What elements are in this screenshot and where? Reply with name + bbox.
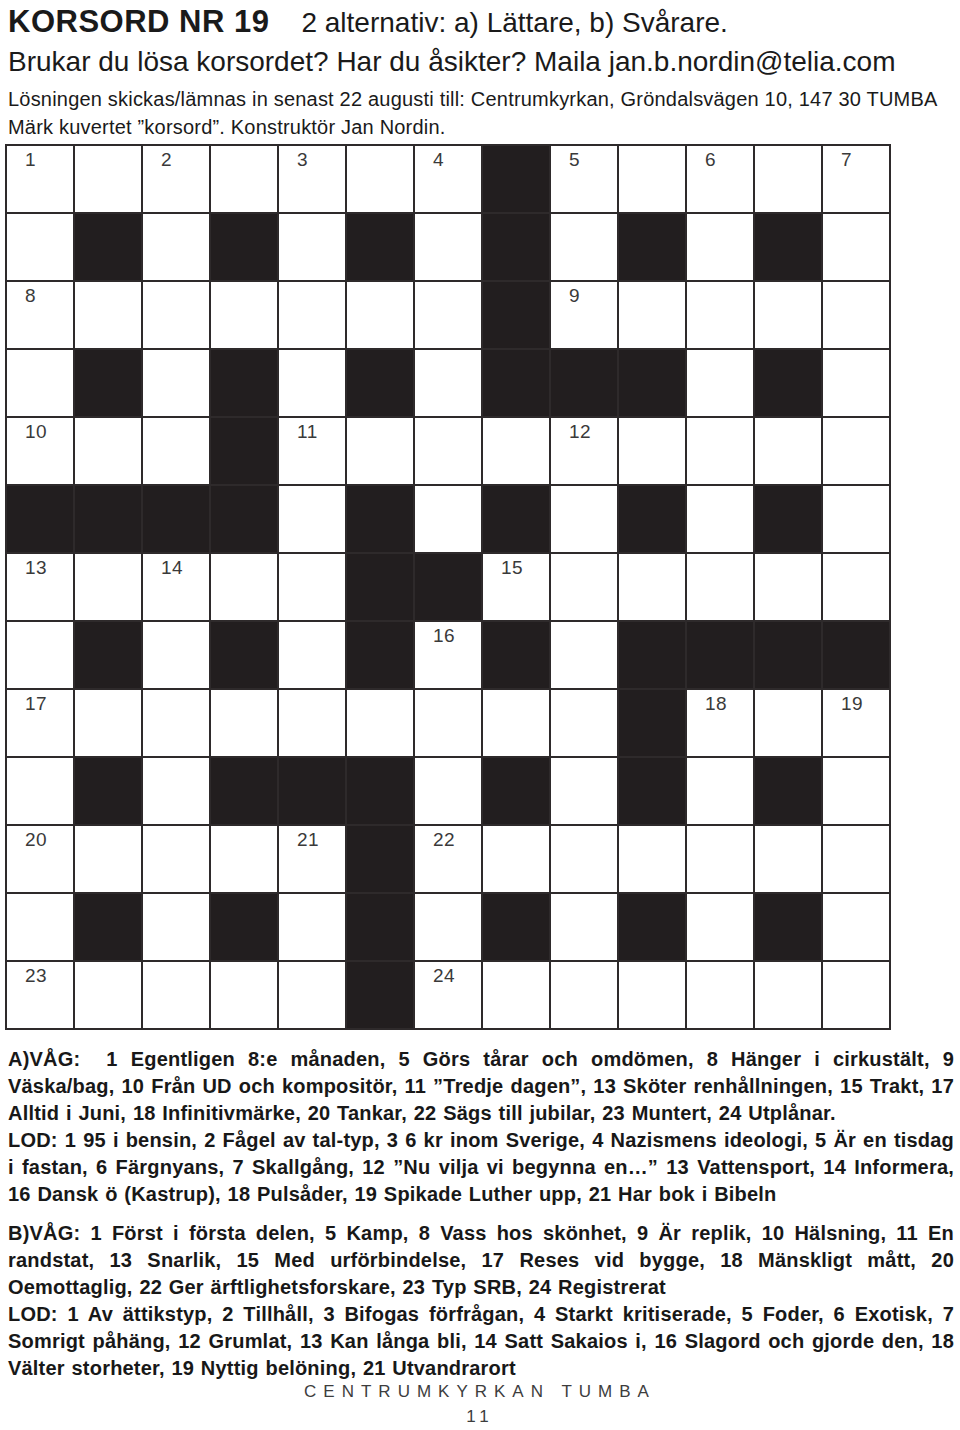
block-cell [347, 826, 413, 892]
submission-line: Lösningen skickas/lämnas in senast 22 au… [8, 88, 938, 111]
letter-cell[interactable] [483, 418, 549, 484]
letter-cell[interactable]: 13 [7, 554, 73, 620]
letter-cell[interactable] [755, 690, 821, 756]
block-cell [279, 758, 345, 824]
clues-b-down: LOD: 1 Av ättikstyp, 2 Tillhåll, 3 Bifog… [8, 1301, 954, 1382]
letter-cell[interactable] [687, 214, 753, 280]
block-cell [211, 894, 277, 960]
clues-a-across: A)VÅG: 1 Egentligen 8:e månaden, 5 Görs … [8, 1046, 954, 1127]
block-cell [211, 418, 277, 484]
letter-cell[interactable]: 17 [7, 690, 73, 756]
letter-cell[interactable] [755, 554, 821, 620]
letter-cell[interactable] [415, 894, 481, 960]
block-cell [347, 894, 413, 960]
letter-cell[interactable] [823, 962, 889, 1028]
page-title: KORSORD NR 19 [8, 4, 269, 40]
letter-cell[interactable] [143, 690, 209, 756]
clue-number: 2 [161, 149, 172, 171]
letter-cell[interactable] [551, 826, 617, 892]
letter-cell[interactable] [347, 418, 413, 484]
clue-number: 8 [25, 285, 36, 307]
letter-cell[interactable] [483, 690, 549, 756]
letter-cell[interactable]: 10 [7, 418, 73, 484]
letter-cell[interactable] [75, 554, 141, 620]
letter-cell[interactable] [619, 554, 685, 620]
clue-number: 17 [25, 693, 47, 715]
letter-cell[interactable] [279, 486, 345, 552]
crossword-grid: 123456789101112131415161718192021222324 [5, 144, 891, 1030]
clues-b-down-text: 1 Av ättikstyp, 2 Tillhåll, 3 Bifogas fö… [8, 1303, 954, 1379]
letter-cell[interactable] [211, 282, 277, 348]
letter-cell[interactable] [143, 894, 209, 960]
block-cell [755, 350, 821, 416]
clue-number: 21 [297, 829, 319, 851]
clue-number: 4 [433, 149, 444, 171]
letter-cell[interactable] [211, 962, 277, 1028]
letter-cell[interactable] [619, 418, 685, 484]
page: KORSORD NR 19 2 alternativ: a) Lättare, … [0, 0, 960, 1430]
letter-cell[interactable] [415, 418, 481, 484]
clue-number: 10 [25, 421, 47, 443]
block-cell [75, 486, 141, 552]
clue-number: 19 [841, 693, 863, 715]
letter-cell[interactable] [7, 622, 73, 688]
block-cell [619, 486, 685, 552]
letter-cell[interactable]: 12 [551, 418, 617, 484]
clue-number: 6 [705, 149, 716, 171]
letter-cell[interactable] [823, 486, 889, 552]
block-cell [75, 894, 141, 960]
letter-cell[interactable] [7, 758, 73, 824]
block-cell [75, 758, 141, 824]
letter-cell[interactable] [823, 554, 889, 620]
clue-number: 23 [25, 965, 47, 987]
block-cell [619, 622, 685, 688]
letter-cell[interactable] [823, 826, 889, 892]
block-cell [347, 962, 413, 1028]
block-cell [483, 282, 549, 348]
block-cell [75, 622, 141, 688]
clue-number: 11 [297, 421, 318, 443]
letter-cell[interactable]: 5 [551, 146, 617, 212]
block-cell [211, 214, 277, 280]
letter-cell[interactable] [279, 282, 345, 348]
block-cell [619, 690, 685, 756]
letter-cell[interactable] [75, 282, 141, 348]
clue-number: 13 [25, 557, 47, 579]
letter-cell[interactable] [7, 894, 73, 960]
block-cell [483, 622, 549, 688]
contact-line: Brukar du lösa korsordet? Har du åsikter… [8, 46, 896, 78]
block-cell [347, 758, 413, 824]
letter-cell[interactable]: 1 [7, 146, 73, 212]
block-cell [619, 894, 685, 960]
block-cell [755, 622, 821, 688]
letter-cell[interactable] [687, 554, 753, 620]
page-number: 11 [0, 1407, 960, 1427]
block-cell [755, 894, 821, 960]
letter-cell[interactable] [619, 146, 685, 212]
block-cell [483, 350, 549, 416]
block-cell [755, 214, 821, 280]
block-cell [755, 486, 821, 552]
letter-cell[interactable] [687, 758, 753, 824]
letter-cell[interactable]: 11 [279, 418, 345, 484]
clue-number: 14 [161, 557, 183, 579]
letter-cell[interactable] [347, 146, 413, 212]
block-cell [415, 554, 481, 620]
letter-cell[interactable] [483, 962, 549, 1028]
letter-cell[interactable]: 6 [687, 146, 753, 212]
clue-number: 7 [841, 149, 852, 171]
letter-cell[interactable]: 18 [687, 690, 753, 756]
block-cell [75, 350, 141, 416]
letter-cell[interactable] [415, 214, 481, 280]
block-cell [483, 486, 549, 552]
letter-cell[interactable] [211, 826, 277, 892]
letter-cell[interactable] [7, 350, 73, 416]
block-cell [211, 622, 277, 688]
clues-b-across: B)VÅG: 1 Först i första delen, 5 Kamp, 8… [8, 1220, 954, 1301]
letter-cell[interactable] [551, 486, 617, 552]
letter-cell[interactable]: 19 [823, 690, 889, 756]
letter-cell[interactable] [755, 418, 821, 484]
letter-cell[interactable] [551, 690, 617, 756]
letter-cell[interactable] [143, 350, 209, 416]
letter-cell[interactable] [755, 146, 821, 212]
letter-cell[interactable] [687, 418, 753, 484]
clue-number: 22 [433, 829, 455, 851]
clue-number: 16 [433, 625, 455, 647]
clues-a-across-text: 1 Egentligen 8:e månaden, 5 Görs tårar o… [8, 1048, 954, 1124]
letter-cell[interactable] [279, 622, 345, 688]
letter-cell[interactable] [143, 622, 209, 688]
letter-cell[interactable]: 22 [415, 826, 481, 892]
letter-cell[interactable] [415, 486, 481, 552]
letter-cell[interactable] [279, 962, 345, 1028]
clues-b-across-label: B)VÅG: [8, 1222, 80, 1244]
block-cell [483, 894, 549, 960]
letter-cell[interactable] [687, 894, 753, 960]
clues-a-down: LOD: 1 95 i bensin, 2 Fågel av tal-typ, … [8, 1127, 954, 1208]
letter-cell[interactable]: 23 [7, 962, 73, 1028]
letter-cell[interactable] [823, 282, 889, 348]
clues-a-across-label: A)VÅG: [8, 1048, 80, 1070]
block-cell [211, 486, 277, 552]
block-cell [687, 622, 753, 688]
letter-cell[interactable]: 14 [143, 554, 209, 620]
block-cell [619, 758, 685, 824]
clues-a-down-label: LOD: [8, 1129, 58, 1151]
letter-cell[interactable] [415, 758, 481, 824]
letter-cell[interactable] [687, 282, 753, 348]
block-cell [347, 214, 413, 280]
clue-number: 12 [569, 421, 591, 443]
letter-cell[interactable] [75, 690, 141, 756]
letter-cell[interactable] [143, 826, 209, 892]
letter-cell[interactable] [619, 826, 685, 892]
letter-cell[interactable] [75, 962, 141, 1028]
block-cell [755, 758, 821, 824]
clue-number: 15 [501, 557, 523, 579]
letter-cell[interactable] [211, 554, 277, 620]
letter-cell[interactable] [415, 690, 481, 756]
letter-cell[interactable]: 24 [415, 962, 481, 1028]
letter-cell[interactable] [551, 554, 617, 620]
letter-cell[interactable] [143, 282, 209, 348]
block-cell [347, 554, 413, 620]
clue-number: 18 [705, 693, 727, 715]
letter-cell[interactable] [279, 554, 345, 620]
letter-cell[interactable]: 4 [415, 146, 481, 212]
alternatives-subtitle: 2 alternativ: a) Lättare, b) Svårare. [301, 7, 727, 39]
letter-cell[interactable] [279, 350, 345, 416]
letter-cell[interactable] [415, 350, 481, 416]
letter-cell[interactable] [551, 758, 617, 824]
letter-cell[interactable] [619, 282, 685, 348]
letter-cell[interactable] [755, 826, 821, 892]
letter-cell[interactable] [823, 350, 889, 416]
clue-number: 1 [25, 149, 36, 171]
letter-cell[interactable] [75, 146, 141, 212]
letter-cell[interactable]: 20 [7, 826, 73, 892]
letter-cell[interactable]: 2 [143, 146, 209, 212]
block-cell [143, 486, 209, 552]
block-cell [211, 350, 277, 416]
letter-cell[interactable]: 7 [823, 146, 889, 212]
letter-cell[interactable] [551, 894, 617, 960]
letter-cell[interactable] [143, 214, 209, 280]
letter-cell[interactable]: 21 [279, 826, 345, 892]
block-cell [347, 622, 413, 688]
letter-cell[interactable] [483, 826, 549, 892]
letter-cell[interactable] [551, 622, 617, 688]
instruction-line: Märk kuvertet ”korsord”. Konstruktör Jan… [8, 116, 446, 139]
block-cell [75, 214, 141, 280]
letter-cell[interactable] [75, 418, 141, 484]
letter-cell[interactable] [687, 486, 753, 552]
letter-cell[interactable] [347, 282, 413, 348]
letter-cell[interactable] [75, 826, 141, 892]
footer-organization: CENTRUMKYRKAN TUMBA [0, 1382, 960, 1402]
header: KORSORD NR 19 2 alternativ: a) Lättare, … [8, 4, 728, 40]
block-cell [483, 758, 549, 824]
letter-cell[interactable] [143, 418, 209, 484]
letter-cell[interactable] [823, 418, 889, 484]
letter-cell[interactable] [823, 894, 889, 960]
letter-cell[interactable]: 3 [279, 146, 345, 212]
clues-b-down-label: LOD: [8, 1303, 58, 1325]
clue-number: 24 [433, 965, 455, 987]
letter-cell[interactable] [755, 962, 821, 1028]
letter-cell[interactable] [279, 214, 345, 280]
block-cell [483, 214, 549, 280]
letter-cell[interactable]: 15 [483, 554, 549, 620]
block-cell [823, 622, 889, 688]
letter-cell[interactable] [619, 962, 685, 1028]
letter-cell[interactable] [143, 758, 209, 824]
letter-cell[interactable] [211, 146, 277, 212]
letter-cell[interactable] [823, 758, 889, 824]
clue-number: 3 [297, 149, 308, 171]
block-cell [619, 350, 685, 416]
block-cell [551, 350, 617, 416]
block-cell [619, 214, 685, 280]
letter-cell[interactable]: 8 [7, 282, 73, 348]
letter-cell[interactable] [551, 962, 617, 1028]
letter-cell[interactable] [551, 214, 617, 280]
block-cell [483, 146, 549, 212]
letter-cell[interactable] [347, 690, 413, 756]
letter-cell[interactable] [687, 962, 753, 1028]
letter-cell[interactable] [143, 962, 209, 1028]
letter-cell[interactable]: 9 [551, 282, 617, 348]
letter-cell[interactable] [687, 350, 753, 416]
block-cell [7, 486, 73, 552]
letter-cell[interactable] [755, 282, 821, 348]
letter-cell[interactable] [7, 214, 73, 280]
block-cell [347, 350, 413, 416]
letter-cell[interactable] [823, 214, 889, 280]
letter-cell[interactable] [211, 690, 277, 756]
letter-cell[interactable] [279, 690, 345, 756]
clue-number: 9 [569, 285, 580, 307]
letter-cell[interactable] [415, 282, 481, 348]
block-cell [211, 758, 277, 824]
block-cell [347, 486, 413, 552]
clues-a-down-text: 1 95 i bensin, 2 Fågel av tal-typ, 3 6 k… [8, 1129, 954, 1205]
clue-number: 20 [25, 829, 47, 851]
letter-cell[interactable] [279, 894, 345, 960]
clue-number: 5 [569, 149, 580, 171]
letter-cell[interactable]: 16 [415, 622, 481, 688]
clues-section: A)VÅG: 1 Egentligen 8:e månaden, 5 Görs … [8, 1046, 954, 1382]
clues-b-across-text: 1 Först i första delen, 5 Kamp, 8 Vass h… [8, 1222, 954, 1298]
letter-cell[interactable] [687, 826, 753, 892]
